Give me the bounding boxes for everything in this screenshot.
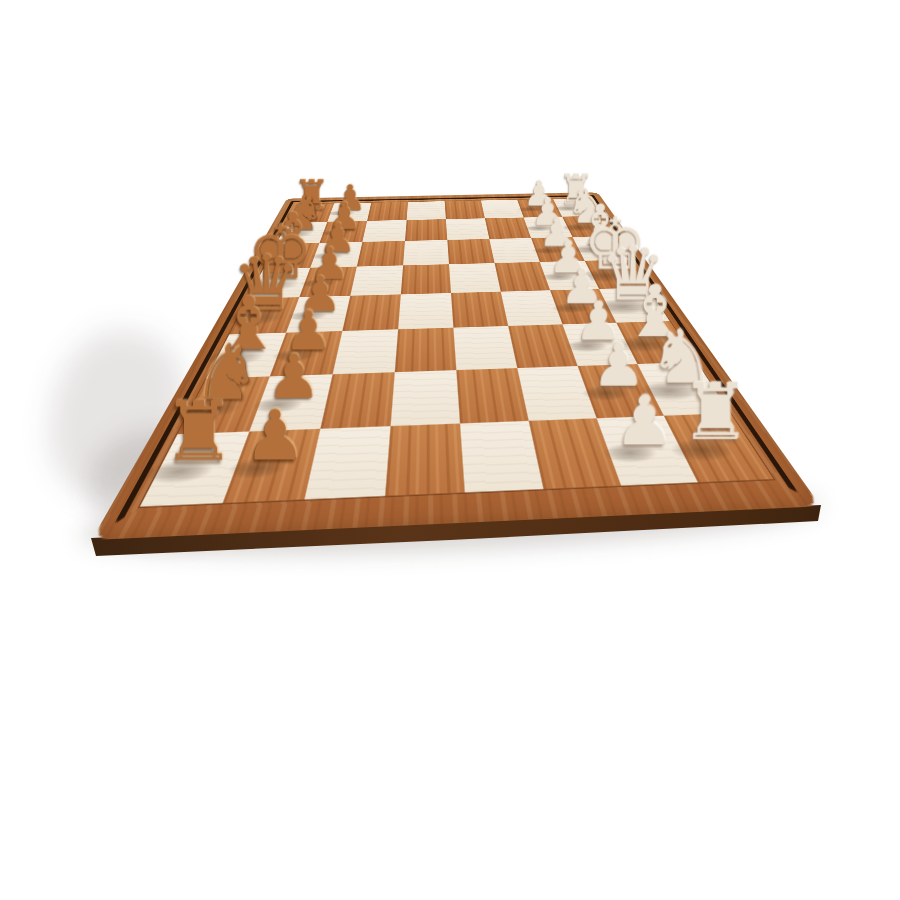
- chess-board: ♜♞♝♛♚♝♞♜♟♟♟♟♟♟♟♟♟♟♟♟♟♟♟♟♜♞♝♛♚♝♞♜: [92, 192, 821, 540]
- piece-black-rook-a8: ♜: [108, 392, 289, 474]
- square-d4: [451, 292, 508, 328]
- render-stage: ♜♞♝♛♚♝♞♜♟♟♟♟♟♟♟♟♟♟♟♟♟♟♟♟♜♞♝♛♚♝♞♜: [0, 0, 900, 900]
- square-c4: [453, 326, 517, 370]
- square-f4: [447, 239, 494, 264]
- square-h5: [407, 201, 446, 220]
- square-g4: [446, 218, 489, 240]
- square-a5: [385, 423, 465, 495]
- square-c5: [395, 328, 457, 373]
- square-e4: [449, 263, 501, 293]
- scene: ♜♞♝♛♚♝♞♜♟♟♟♟♟♟♟♟♟♟♟♟♟♟♟♟♜♞♝♛♚♝♞♜: [0, 0, 900, 900]
- square-d5: [398, 293, 453, 329]
- square-e5: [401, 264, 451, 294]
- square-h4: [445, 200, 485, 219]
- square-g5: [405, 219, 447, 241]
- piece-white-pawn-a2: ♟: [557, 387, 732, 454]
- square-b4: [456, 368, 528, 423]
- square-b5: [391, 370, 460, 426]
